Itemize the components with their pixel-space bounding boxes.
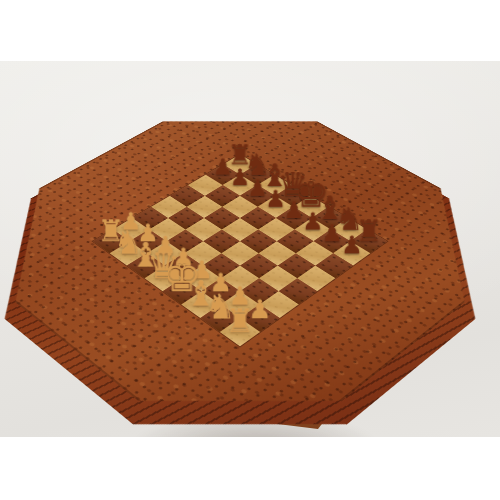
black-pawn[interactable]: ♟	[339, 232, 365, 258]
photo-bottom-margin	[0, 437, 500, 500]
white-rook[interactable]: ♜	[226, 307, 254, 335]
photo-backdrop: ♜♞♝♛♚♝♞♜♟♟♟♟♟♟♟♟♟♟♟♟♟♟♟♟♜♞♝♛♚♝♞♜	[0, 61, 500, 437]
photo-top-margin	[0, 0, 500, 61]
